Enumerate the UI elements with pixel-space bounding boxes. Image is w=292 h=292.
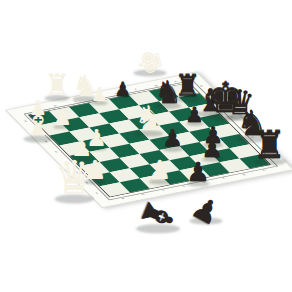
rank-label: 8 (199, 85, 203, 87)
rank-label: 8 (24, 120, 28, 122)
file-label: c (73, 100, 77, 102)
rank-label: 4 (240, 126, 244, 128)
rank-label: 1 (95, 192, 99, 194)
rank-label: 7 (210, 95, 214, 97)
file-label: h (262, 169, 266, 171)
file-label: e (114, 92, 118, 94)
file-label: e (202, 181, 206, 183)
file-label: g (154, 84, 158, 86)
fallen-piece-bP: ♟ (186, 189, 226, 233)
file-label: b (141, 193, 145, 195)
rank-label: 5 (54, 151, 58, 153)
rank-label: 1 (271, 157, 275, 159)
rank-label: 5 (230, 116, 234, 118)
file-label: f (222, 177, 225, 179)
rank-label: 7 (34, 130, 38, 132)
file-label: c (161, 189, 165, 191)
rank-label: 2 (85, 182, 89, 184)
file-label: a (33, 108, 37, 110)
chess-board (28, 82, 271, 197)
rank-label: 3 (75, 172, 79, 174)
rank-label: 6 (44, 141, 48, 143)
rank-label: 3 (250, 136, 254, 138)
file-label: g (241, 173, 245, 175)
file-label: d (94, 96, 98, 98)
chess-board-mat: abcdefgh abcdefgh 87654321 87654321 (5, 72, 292, 208)
rank-label: 2 (261, 147, 265, 149)
file-label: b (53, 104, 57, 106)
chess-product-photo: abcdefgh abcdefgh 87654321 87654321 ♜♞♟♟… (0, 0, 292, 292)
rank-label: 4 (64, 161, 68, 163)
file-label: a (121, 197, 125, 199)
file-label: h (174, 80, 178, 82)
fallen-piece-wK: ♚ (130, 45, 171, 80)
file-label: f (134, 88, 137, 90)
file-label: d (181, 185, 185, 187)
piece-wR-b8: ♜ (44, 68, 70, 102)
rank-label: 6 (220, 106, 224, 108)
